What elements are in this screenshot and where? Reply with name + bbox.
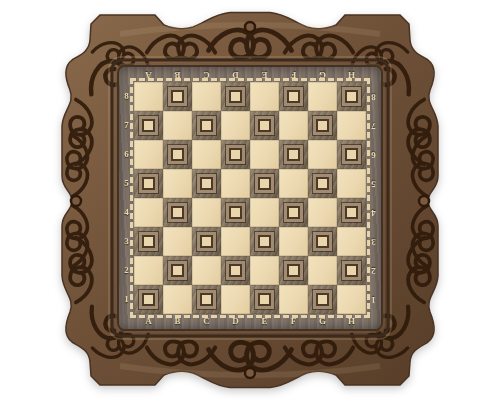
- coordinate-label: E: [250, 314, 279, 329]
- coordinate-label: 4: [366, 198, 381, 227]
- square-c2: [192, 256, 221, 285]
- coordinate-label: A: [134, 67, 163, 82]
- square-e3: [250, 227, 279, 256]
- square-inlay: [316, 119, 329, 132]
- square-a6: [134, 140, 163, 169]
- square-inlay: [229, 264, 242, 277]
- coordinate-label: 5: [366, 169, 381, 198]
- board-insert: ABCDEFGH ABCDEFGH 87654321 87654321: [119, 67, 381, 329]
- square-a1: [134, 285, 163, 314]
- knob-left: [71, 196, 81, 206]
- coordinate-label: D: [221, 67, 250, 82]
- ranks-left: 87654321: [119, 82, 134, 314]
- square-g1: [308, 285, 337, 314]
- square-e6: [250, 140, 279, 169]
- square-e2: [250, 256, 279, 285]
- coordinate-label: G: [308, 314, 337, 329]
- square-e5: [250, 169, 279, 198]
- square-f2: [279, 256, 308, 285]
- square-inlay: [345, 148, 358, 161]
- square-inlay: [316, 177, 329, 190]
- square-c6: [192, 140, 221, 169]
- square-g6: [308, 140, 337, 169]
- square-inlay: [345, 264, 358, 277]
- square-inlay: [258, 119, 271, 132]
- square-inlay: [229, 90, 242, 103]
- square-d2: [221, 256, 250, 285]
- square-h7: [337, 111, 366, 140]
- square-e1: [250, 285, 279, 314]
- coordinate-label: 7: [119, 111, 134, 140]
- square-inlay: [258, 293, 271, 306]
- coordinate-label: E: [250, 67, 279, 82]
- product-photo: ABCDEFGH ABCDEFGH 87654321 87654321: [0, 0, 500, 400]
- square-inlay: [287, 206, 300, 219]
- square-f8: [279, 82, 308, 111]
- square-inlay: [316, 235, 329, 248]
- square-a8: [134, 82, 163, 111]
- square-b7: [163, 111, 192, 140]
- square-inlay: [200, 293, 213, 306]
- square-a3: [134, 227, 163, 256]
- square-inlay: [258, 235, 271, 248]
- coordinate-label: B: [163, 67, 192, 82]
- square-b6: [163, 140, 192, 169]
- coordinate-label: 3: [119, 227, 134, 256]
- square-d3: [221, 227, 250, 256]
- knob-right: [419, 196, 429, 206]
- square-d7: [221, 111, 250, 140]
- square-inlay: [229, 206, 242, 219]
- square-inlay: [345, 206, 358, 219]
- square-e8: [250, 82, 279, 111]
- square-g5: [308, 169, 337, 198]
- square-f3: [279, 227, 308, 256]
- square-b5: [163, 169, 192, 198]
- coordinate-label: F: [279, 314, 308, 329]
- square-c4: [192, 198, 221, 227]
- knob-bottom: [245, 368, 255, 378]
- coordinate-label: A: [134, 314, 163, 329]
- coordinate-label: 2: [119, 256, 134, 285]
- files-bottom: ABCDEFGH: [134, 314, 366, 329]
- coordinate-label: 7: [366, 111, 381, 140]
- square-b8: [163, 82, 192, 111]
- square-inlay: [316, 293, 329, 306]
- square-c1: [192, 285, 221, 314]
- square-inlay: [287, 90, 300, 103]
- square-c8: [192, 82, 221, 111]
- square-f6: [279, 140, 308, 169]
- square-d5: [221, 169, 250, 198]
- square-a5: [134, 169, 163, 198]
- square-inlay: [142, 235, 155, 248]
- square-inlay: [142, 293, 155, 306]
- square-inlay: [142, 177, 155, 190]
- coordinate-label: 1: [119, 285, 134, 314]
- square-g2: [308, 256, 337, 285]
- coordinate-label: 6: [366, 140, 381, 169]
- square-f4: [279, 198, 308, 227]
- square-inlay: [171, 206, 184, 219]
- coordinate-label: H: [337, 67, 366, 82]
- square-b2: [163, 256, 192, 285]
- square-f5: [279, 169, 308, 198]
- square-inlay: [258, 177, 271, 190]
- square-b1: [163, 285, 192, 314]
- square-inlay: [287, 148, 300, 161]
- square-inlay: [171, 90, 184, 103]
- square-c5: [192, 169, 221, 198]
- square-h5: [337, 169, 366, 198]
- coordinate-label: 1: [366, 285, 381, 314]
- square-a7: [134, 111, 163, 140]
- square-d6: [221, 140, 250, 169]
- square-inlay: [200, 235, 213, 248]
- coordinate-label: F: [279, 67, 308, 82]
- square-inlay: [142, 119, 155, 132]
- coordinate-label: 5: [119, 169, 134, 198]
- square-inlay: [287, 264, 300, 277]
- square-g7: [308, 111, 337, 140]
- coordinate-label: 8: [366, 82, 381, 111]
- square-h3: [337, 227, 366, 256]
- square-inlay: [200, 177, 213, 190]
- square-b3: [163, 227, 192, 256]
- coordinate-label: D: [221, 314, 250, 329]
- coordinate-label: H: [337, 314, 366, 329]
- coordinate-label: 2: [366, 256, 381, 285]
- square-d8: [221, 82, 250, 111]
- knob-top: [245, 22, 255, 32]
- square-d4: [221, 198, 250, 227]
- files-top: ABCDEFGH: [134, 67, 366, 82]
- square-a4: [134, 198, 163, 227]
- board-grid: [134, 82, 366, 314]
- coordinate-label: 4: [119, 198, 134, 227]
- square-e4: [250, 198, 279, 227]
- coordinate-label: 8: [119, 82, 134, 111]
- square-h6: [337, 140, 366, 169]
- square-h1: [337, 285, 366, 314]
- square-inlay: [171, 148, 184, 161]
- square-inlay: [171, 264, 184, 277]
- square-h8: [337, 82, 366, 111]
- ranks-right: 87654321: [366, 82, 381, 314]
- square-h2: [337, 256, 366, 285]
- coordinate-label: 6: [119, 140, 134, 169]
- square-f1: [279, 285, 308, 314]
- coordinate-label: G: [308, 67, 337, 82]
- coordinate-label: C: [192, 67, 221, 82]
- square-f7: [279, 111, 308, 140]
- square-a2: [134, 256, 163, 285]
- square-inlay: [229, 148, 242, 161]
- square-g3: [308, 227, 337, 256]
- square-g4: [308, 198, 337, 227]
- square-e7: [250, 111, 279, 140]
- square-d1: [221, 285, 250, 314]
- square-b4: [163, 198, 192, 227]
- square-c7: [192, 111, 221, 140]
- square-inlay: [200, 119, 213, 132]
- coordinate-label: 3: [366, 227, 381, 256]
- square-g8: [308, 82, 337, 111]
- coordinate-label: B: [163, 314, 192, 329]
- square-h4: [337, 198, 366, 227]
- square-inlay: [345, 90, 358, 103]
- square-c3: [192, 227, 221, 256]
- coordinate-label: C: [192, 314, 221, 329]
